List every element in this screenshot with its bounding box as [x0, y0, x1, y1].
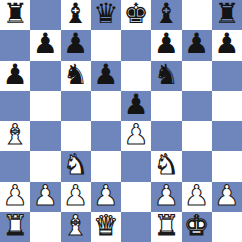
black-knight: ♞ — [154, 61, 179, 89]
square-b2[interactable]: ♟ — [30, 182, 60, 212]
square-c5[interactable] — [61, 91, 91, 121]
white-queen: ♛ — [93, 212, 118, 240]
square-f6[interactable]: ♞ — [151, 61, 181, 91]
square-h4[interactable] — [212, 121, 242, 151]
white-pawn: ♟ — [184, 182, 209, 210]
square-d5[interactable] — [91, 91, 121, 121]
white-bishop: ♝ — [63, 212, 88, 240]
square-d6[interactable]: ♟ — [91, 61, 121, 91]
square-c4[interactable] — [61, 121, 91, 151]
square-g4[interactable] — [182, 121, 212, 151]
square-d2[interactable]: ♟ — [91, 182, 121, 212]
black-rook: ♜ — [3, 0, 28, 28]
square-b5[interactable] — [30, 91, 60, 121]
chess-board: ♜♝♛♚♝♜♟♟♟♟♟♟♞♟♞♟♝♟♞♞♟♟♟♟♟♟♟♜♝♛♜♚ — [0, 0, 242, 242]
square-a5[interactable] — [0, 91, 30, 121]
black-bishop: ♝ — [63, 0, 88, 28]
black-pawn: ♟ — [93, 61, 118, 89]
square-a4[interactable]: ♝ — [0, 121, 30, 151]
black-bishop: ♝ — [154, 0, 179, 28]
black-king: ♚ — [124, 0, 149, 28]
square-f2[interactable]: ♟ — [151, 182, 181, 212]
square-g6[interactable] — [182, 61, 212, 91]
square-g8[interactable] — [182, 0, 212, 30]
white-pawn: ♟ — [124, 121, 149, 149]
white-pawn: ♟ — [93, 182, 118, 210]
square-a6[interactable]: ♟ — [0, 61, 30, 91]
black-rook: ♜ — [214, 0, 239, 28]
square-a7[interactable] — [0, 30, 30, 60]
black-queen: ♛ — [93, 0, 118, 28]
square-f1[interactable]: ♜ — [151, 212, 181, 242]
square-f5[interactable] — [151, 91, 181, 121]
square-a1[interactable]: ♜ — [0, 212, 30, 242]
white-pawn: ♟ — [33, 182, 58, 210]
white-knight: ♞ — [63, 151, 88, 179]
square-f8[interactable]: ♝ — [151, 0, 181, 30]
square-e2[interactable] — [121, 182, 151, 212]
white-pawn: ♟ — [3, 182, 28, 210]
square-b3[interactable] — [30, 151, 60, 181]
square-d1[interactable]: ♛ — [91, 212, 121, 242]
white-rook: ♜ — [3, 212, 28, 240]
square-a8[interactable]: ♜ — [0, 0, 30, 30]
black-pawn: ♟ — [63, 30, 88, 58]
black-pawn: ♟ — [214, 30, 239, 58]
black-pawn: ♟ — [184, 30, 209, 58]
square-e5[interactable]: ♟ — [121, 91, 151, 121]
black-pawn: ♟ — [33, 30, 58, 58]
square-d4[interactable] — [91, 121, 121, 151]
square-e8[interactable]: ♚ — [121, 0, 151, 30]
square-d3[interactable] — [91, 151, 121, 181]
square-f7[interactable]: ♟ — [151, 30, 181, 60]
square-b8[interactable] — [30, 0, 60, 30]
square-e4[interactable]: ♟ — [121, 121, 151, 151]
black-pawn: ♟ — [154, 30, 179, 58]
square-f4[interactable] — [151, 121, 181, 151]
square-c3[interactable]: ♞ — [61, 151, 91, 181]
white-king: ♚ — [184, 212, 209, 240]
square-c2[interactable]: ♟ — [61, 182, 91, 212]
white-pawn: ♟ — [154, 182, 179, 210]
square-a3[interactable] — [0, 151, 30, 181]
square-e1[interactable] — [121, 212, 151, 242]
square-e6[interactable] — [121, 61, 151, 91]
square-c6[interactable]: ♞ — [61, 61, 91, 91]
square-d8[interactable]: ♛ — [91, 0, 121, 30]
square-e3[interactable] — [121, 151, 151, 181]
black-knight: ♞ — [63, 61, 88, 89]
square-g5[interactable] — [182, 91, 212, 121]
white-bishop: ♝ — [3, 121, 28, 149]
square-f3[interactable]: ♞ — [151, 151, 181, 181]
square-h8[interactable]: ♜ — [212, 0, 242, 30]
square-b1[interactable] — [30, 212, 60, 242]
black-pawn: ♟ — [124, 91, 149, 119]
square-e7[interactable] — [121, 30, 151, 60]
white-pawn: ♟ — [214, 182, 239, 210]
square-b4[interactable] — [30, 121, 60, 151]
square-h5[interactable] — [212, 91, 242, 121]
white-knight: ♞ — [154, 151, 179, 179]
white-rook: ♜ — [154, 212, 179, 240]
square-g2[interactable]: ♟ — [182, 182, 212, 212]
black-pawn: ♟ — [3, 61, 28, 89]
square-a2[interactable]: ♟ — [0, 182, 30, 212]
square-h7[interactable]: ♟ — [212, 30, 242, 60]
square-c8[interactable]: ♝ — [61, 0, 91, 30]
square-h6[interactable] — [212, 61, 242, 91]
square-d7[interactable] — [91, 30, 121, 60]
square-g7[interactable]: ♟ — [182, 30, 212, 60]
square-c7[interactable]: ♟ — [61, 30, 91, 60]
square-h3[interactable] — [212, 151, 242, 181]
square-h2[interactable]: ♟ — [212, 182, 242, 212]
square-h1[interactable] — [212, 212, 242, 242]
square-c1[interactable]: ♝ — [61, 212, 91, 242]
square-g3[interactable] — [182, 151, 212, 181]
white-pawn: ♟ — [63, 182, 88, 210]
square-b6[interactable] — [30, 61, 60, 91]
square-b7[interactable]: ♟ — [30, 30, 60, 60]
square-g1[interactable]: ♚ — [182, 212, 212, 242]
